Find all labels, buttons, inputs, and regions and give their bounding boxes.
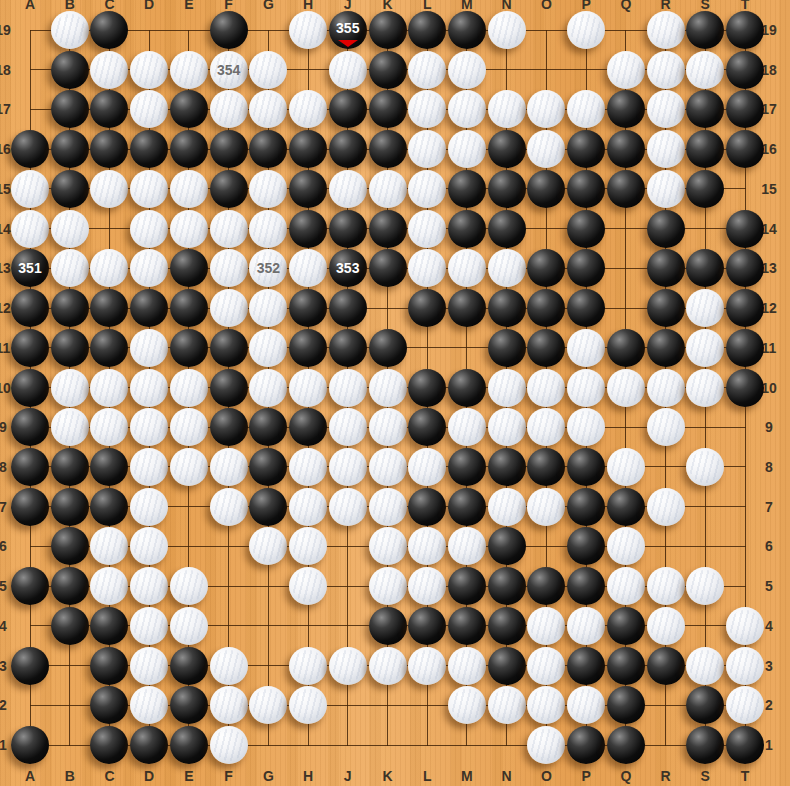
stone-black <box>369 249 407 287</box>
stone-white <box>130 527 168 565</box>
stone-white <box>90 408 128 446</box>
stone-black <box>448 170 486 208</box>
stone-white <box>170 369 208 407</box>
stone-white <box>249 686 287 724</box>
stone-white <box>130 686 168 724</box>
stone-black <box>51 607 89 645</box>
stone-white <box>567 11 605 49</box>
stone-white <box>567 329 605 367</box>
stone-black <box>488 170 526 208</box>
row-label-left: 6 <box>0 538 16 554</box>
stone-black <box>408 607 446 645</box>
stone-black <box>210 170 248 208</box>
stone-white <box>527 607 565 645</box>
col-label-bottom: O <box>535 768 557 784</box>
stone-white <box>170 51 208 89</box>
col-label-top: A <box>19 0 41 12</box>
stone-white <box>647 567 685 605</box>
stone-black <box>210 408 248 446</box>
stone-white <box>686 51 724 89</box>
stone-white <box>289 567 327 605</box>
stone-black <box>249 408 287 446</box>
stone-black <box>329 130 367 168</box>
stone-white <box>527 686 565 724</box>
stone-black <box>686 170 724 208</box>
stone-black <box>488 448 526 486</box>
stone-black <box>726 90 764 128</box>
row-label-right: 7 <box>756 499 782 515</box>
stone-white <box>289 11 327 49</box>
stone-black <box>51 329 89 367</box>
stone-black <box>448 448 486 486</box>
stone-black <box>11 408 49 446</box>
row-label-right: 15 <box>756 181 782 197</box>
stone-white <box>90 527 128 565</box>
col-label-top: E <box>178 0 200 12</box>
col-label-bottom: P <box>575 768 597 784</box>
stone-white <box>726 607 764 645</box>
stone-black <box>488 567 526 605</box>
stone-white <box>249 289 287 327</box>
stone-white <box>448 90 486 128</box>
stone-black <box>329 289 367 327</box>
stone-white <box>567 408 605 446</box>
stone-black <box>408 488 446 526</box>
stone-white <box>130 90 168 128</box>
stone-white <box>210 90 248 128</box>
stone-white <box>130 448 168 486</box>
stone-black <box>369 329 407 367</box>
stone-white <box>647 170 685 208</box>
stone-black <box>329 90 367 128</box>
stone-white <box>130 210 168 248</box>
stone-black <box>90 607 128 645</box>
stone-black <box>369 607 407 645</box>
stone-white <box>289 369 327 407</box>
stone-black <box>90 448 128 486</box>
col-label-bottom: S <box>694 768 716 784</box>
stone-white <box>408 527 446 565</box>
stone-white <box>249 51 287 89</box>
stone-black <box>607 329 645 367</box>
stone-black <box>90 726 128 764</box>
stone-black <box>647 210 685 248</box>
stone-white <box>369 408 407 446</box>
col-label-bottom: D <box>138 768 160 784</box>
stone-black <box>51 567 89 605</box>
stone-white <box>527 647 565 685</box>
move-number-label: 355 <box>336 21 359 35</box>
row-label-left: 2 <box>0 697 16 713</box>
stone-black <box>130 726 168 764</box>
stone-white <box>686 329 724 367</box>
stone-white <box>607 527 645 565</box>
stone-black <box>567 647 605 685</box>
stone-black <box>130 130 168 168</box>
stone-white <box>369 567 407 605</box>
stone-white <box>210 686 248 724</box>
col-label-top: Q <box>615 0 637 12</box>
col-label-bottom: R <box>655 768 677 784</box>
stone-black <box>647 647 685 685</box>
stone-black <box>51 527 89 565</box>
stone-white <box>90 369 128 407</box>
row-label-right: 8 <box>756 459 782 475</box>
stone-white <box>130 51 168 89</box>
stone-white <box>369 170 407 208</box>
stone-black <box>170 647 208 685</box>
stone-white <box>210 726 248 764</box>
stone-white <box>249 210 287 248</box>
stone-black <box>726 369 764 407</box>
stone-black <box>567 170 605 208</box>
stone-white <box>647 11 685 49</box>
stone-white <box>249 170 287 208</box>
stone-black <box>11 488 49 526</box>
stone-white <box>130 249 168 287</box>
stone-white <box>329 647 367 685</box>
stone-white <box>408 210 446 248</box>
col-label-bottom: K <box>377 768 399 784</box>
stone-black <box>488 210 526 248</box>
stone-white <box>289 527 327 565</box>
stone-black <box>527 249 565 287</box>
stone-black <box>170 130 208 168</box>
stone-black <box>11 130 49 168</box>
stone-white <box>289 647 327 685</box>
stone-white <box>130 329 168 367</box>
row-label-left: 4 <box>0 618 16 634</box>
stone-white <box>369 647 407 685</box>
stone-white <box>369 448 407 486</box>
stone-black <box>170 329 208 367</box>
stone-black <box>647 329 685 367</box>
stone-black <box>567 726 605 764</box>
stone-white <box>329 448 367 486</box>
stone-black <box>448 289 486 327</box>
stone-black <box>210 11 248 49</box>
col-label-bottom: H <box>297 768 319 784</box>
stone-black <box>607 647 645 685</box>
stone-white <box>686 448 724 486</box>
row-label-left: 17 <box>0 101 16 117</box>
row-label-right: 5 <box>756 578 782 594</box>
stone-white <box>329 51 367 89</box>
stone-white <box>130 369 168 407</box>
stone-white <box>488 369 526 407</box>
col-label-bottom: J <box>337 768 359 784</box>
stone-black: 353 <box>329 249 367 287</box>
stone-white <box>51 11 89 49</box>
stone-black <box>51 448 89 486</box>
stone-black <box>90 130 128 168</box>
stone-black <box>686 11 724 49</box>
stone-white <box>448 408 486 446</box>
stone-white <box>686 289 724 327</box>
stone-white <box>329 170 367 208</box>
stone-white <box>408 130 446 168</box>
stone-white <box>527 408 565 446</box>
stone-black <box>488 527 526 565</box>
stone-white <box>51 210 89 248</box>
stone-black <box>90 488 128 526</box>
stone-black <box>369 210 407 248</box>
stone-black <box>726 289 764 327</box>
stone-white <box>607 369 645 407</box>
stone-white <box>170 607 208 645</box>
stone-black <box>11 369 49 407</box>
stone-black <box>567 210 605 248</box>
stone-white <box>210 488 248 526</box>
stone-black <box>607 726 645 764</box>
stone-black <box>567 130 605 168</box>
stone-white <box>647 369 685 407</box>
stone-black <box>726 11 764 49</box>
stone-white <box>607 567 645 605</box>
col-label-top: G <box>257 0 279 12</box>
stone-black <box>726 249 764 287</box>
stone-black <box>11 726 49 764</box>
stone-white <box>369 527 407 565</box>
stone-white <box>448 647 486 685</box>
stone-white <box>51 249 89 287</box>
stone-white <box>726 647 764 685</box>
last-move-marker <box>338 40 358 47</box>
stone-black <box>448 210 486 248</box>
stone-black <box>289 210 327 248</box>
stone-white <box>448 249 486 287</box>
stone-white <box>289 686 327 724</box>
col-label-bottom: L <box>416 768 438 784</box>
stone-black <box>51 289 89 327</box>
stone-black <box>527 170 565 208</box>
stone-black <box>607 488 645 526</box>
stone-black <box>488 130 526 168</box>
stone-black <box>210 329 248 367</box>
stone-white <box>607 448 645 486</box>
stone-black <box>408 369 446 407</box>
stone-black <box>369 90 407 128</box>
stone-white <box>527 369 565 407</box>
col-label-top: O <box>535 0 557 12</box>
stone-black <box>686 686 724 724</box>
stone-white <box>170 210 208 248</box>
stone-white <box>249 329 287 367</box>
col-label-bottom: M <box>456 768 478 784</box>
stone-black <box>726 130 764 168</box>
stone-black <box>567 249 605 287</box>
stone-white <box>210 249 248 287</box>
stone-black <box>289 329 327 367</box>
stone-white <box>170 567 208 605</box>
stone-black <box>686 726 724 764</box>
stone-black <box>51 130 89 168</box>
row-label-left: 18 <box>0 62 16 78</box>
stone-black <box>488 289 526 327</box>
stone-white <box>51 369 89 407</box>
move-number-label: 352 <box>257 261 280 275</box>
stone-white <box>408 448 446 486</box>
stone-black <box>567 488 605 526</box>
stone-black <box>170 90 208 128</box>
stone-white: 352 <box>249 249 287 287</box>
stone-white <box>408 647 446 685</box>
stone-black <box>210 369 248 407</box>
stone-white <box>289 448 327 486</box>
stone-white <box>488 686 526 724</box>
stone-white <box>448 686 486 724</box>
move-number-label: 353 <box>336 261 359 275</box>
stone-white <box>488 408 526 446</box>
stone-black <box>607 170 645 208</box>
stone-black <box>170 289 208 327</box>
stone-white <box>408 249 446 287</box>
stone-black <box>11 289 49 327</box>
stone-black <box>90 90 128 128</box>
stone-black <box>607 130 645 168</box>
stone-black <box>289 130 327 168</box>
stone-white <box>249 369 287 407</box>
stone-white <box>686 369 724 407</box>
stone-black <box>369 11 407 49</box>
col-label-bottom: A <box>19 768 41 784</box>
stone-black <box>51 51 89 89</box>
stone-black <box>726 210 764 248</box>
stone-white <box>448 130 486 168</box>
stone-white <box>527 726 565 764</box>
stone-black <box>647 249 685 287</box>
stone-black <box>408 11 446 49</box>
stone-black <box>726 51 764 89</box>
stone-white <box>647 408 685 446</box>
stone-white <box>329 408 367 446</box>
stone-white <box>567 369 605 407</box>
stone-black <box>607 607 645 645</box>
row-label-right: 9 <box>756 419 782 435</box>
stone-white <box>647 488 685 526</box>
stone-white <box>408 51 446 89</box>
stone-white <box>448 51 486 89</box>
stone-white <box>369 488 407 526</box>
stone-black <box>448 607 486 645</box>
stone-white <box>51 408 89 446</box>
stone-white <box>170 448 208 486</box>
stone-white <box>329 488 367 526</box>
stone-black <box>289 408 327 446</box>
stone-white <box>11 170 49 208</box>
go-board[interactable]: AA1919BB1818CC1717DD1616EE1515FF1414GG13… <box>0 0 790 786</box>
stone-white <box>488 90 526 128</box>
stone-white <box>488 249 526 287</box>
stone-white <box>567 90 605 128</box>
stone-white <box>90 567 128 605</box>
stone-white <box>170 408 208 446</box>
stone-black <box>90 289 128 327</box>
stone-black <box>170 686 208 724</box>
stone-black <box>170 249 208 287</box>
stone-black <box>369 51 407 89</box>
stone-white <box>210 647 248 685</box>
stone-white <box>408 90 446 128</box>
col-label-bottom: G <box>257 768 279 784</box>
col-label-bottom: E <box>178 768 200 784</box>
stone-black <box>51 488 89 526</box>
stone-white <box>130 607 168 645</box>
stone-white <box>210 289 248 327</box>
stone-black <box>567 527 605 565</box>
stone-white <box>130 647 168 685</box>
stone-black <box>51 90 89 128</box>
stone-white <box>289 488 327 526</box>
stone-black <box>249 488 287 526</box>
stone-white <box>686 647 724 685</box>
stone-black <box>11 329 49 367</box>
stone-white <box>527 488 565 526</box>
stone-white <box>527 130 565 168</box>
stone-black <box>488 329 526 367</box>
stone-black <box>448 488 486 526</box>
stone-black <box>11 567 49 605</box>
stone-black <box>527 567 565 605</box>
stone-black <box>567 567 605 605</box>
stone-white <box>726 686 764 724</box>
stone-white: 354 <box>210 51 248 89</box>
stone-white <box>170 170 208 208</box>
stone-black <box>448 567 486 605</box>
stone-black <box>130 289 168 327</box>
col-label-bottom: F <box>218 768 240 784</box>
stone-black <box>527 448 565 486</box>
stone-black <box>408 289 446 327</box>
stone-white <box>647 130 685 168</box>
stone-black: 355 <box>329 11 367 49</box>
stone-black <box>607 90 645 128</box>
stone-white <box>130 408 168 446</box>
stone-black <box>686 90 724 128</box>
stone-black <box>686 130 724 168</box>
col-label-bottom: T <box>734 768 756 784</box>
stone-black <box>90 686 128 724</box>
stone-white <box>210 210 248 248</box>
move-number-label: 354 <box>217 63 240 77</box>
stone-white <box>90 170 128 208</box>
row-label-right: 6 <box>756 538 782 554</box>
stone-black <box>488 647 526 685</box>
col-label-bottom: C <box>98 768 120 784</box>
stone-black <box>488 607 526 645</box>
stone-white <box>249 90 287 128</box>
stone-black <box>369 130 407 168</box>
stone-black <box>448 369 486 407</box>
stone-black: 351 <box>11 249 49 287</box>
stone-black <box>647 289 685 327</box>
stone-black <box>90 647 128 685</box>
stone-white <box>249 527 287 565</box>
stone-white <box>90 51 128 89</box>
stone-white <box>369 369 407 407</box>
stone-white <box>130 488 168 526</box>
stone-white <box>488 488 526 526</box>
stone-black <box>527 329 565 367</box>
stone-black <box>90 11 128 49</box>
stone-black <box>329 210 367 248</box>
move-number-label: 351 <box>18 261 41 275</box>
stone-white <box>11 210 49 248</box>
col-label-bottom: N <box>496 768 518 784</box>
stone-black <box>11 647 49 685</box>
stone-black <box>90 329 128 367</box>
stone-white <box>329 369 367 407</box>
